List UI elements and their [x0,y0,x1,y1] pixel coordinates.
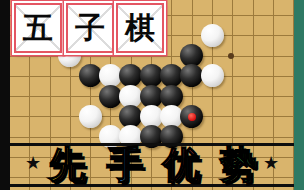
gomoku-thumbnail: 五 子 棋 ★ 先 手 优 势 ★ [0,0,304,190]
stone-black [119,64,142,87]
stone-white [201,24,224,47]
right-letterbox-bar [294,0,304,190]
caption-char-2: 手 [104,145,146,185]
caption-char-4: 势 [217,145,259,185]
stone-white [201,64,224,87]
title-char: 五 [16,5,60,51]
stone-white [79,105,102,128]
title-char-box-2: 子 [66,3,114,53]
stone-black [180,64,203,87]
title-char: 子 [68,5,112,51]
title-char-box-3: 棋 [116,3,164,53]
caption-char-1: 先 [46,145,88,185]
left-letterbox-bar [0,0,10,190]
board-star-point [228,53,234,59]
caption-char-3: 优 [160,145,202,185]
left-star-icon: ★ [23,152,43,174]
last-move-marker-icon [188,113,196,121]
title-char: 棋 [118,5,162,51]
stone-black-last-move [180,105,203,128]
right-star-icon: ★ [261,152,281,174]
title-char-box-1: 五 [14,3,62,53]
